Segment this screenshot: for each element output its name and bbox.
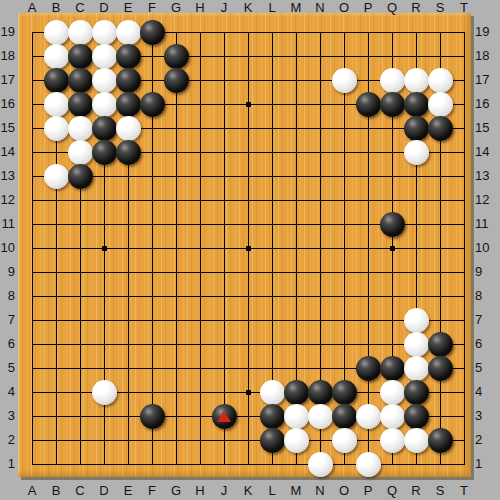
column-label-bottom-P: P <box>364 484 373 498</box>
column-label-bottom-C: C <box>75 484 84 498</box>
row-label-right-2: 2 <box>475 433 497 447</box>
column-label-bottom-N: N <box>315 484 324 498</box>
black-stone-S6[interactable] <box>428 332 453 357</box>
column-label-bottom-F: F <box>148 484 156 498</box>
column-label-bottom-K: K <box>244 484 253 498</box>
white-stone-S16[interactable] <box>428 92 453 117</box>
row-label-right-19: 19 <box>475 25 497 39</box>
white-stone-B15[interactable] <box>44 116 69 141</box>
black-stone-D15[interactable] <box>92 116 117 141</box>
white-stone-L4[interactable] <box>260 380 285 405</box>
row-label-right-12: 12 <box>475 193 497 207</box>
row-label-right-16: 16 <box>475 97 497 111</box>
black-stone-R16[interactable] <box>404 92 429 117</box>
black-stone-Q11[interactable] <box>380 212 405 237</box>
row-label-left-11: 11 <box>0 217 15 231</box>
black-stone-S2[interactable] <box>428 428 453 453</box>
black-stone-R4[interactable] <box>404 380 429 405</box>
black-stone-P16[interactable] <box>356 92 381 117</box>
white-stone-S17[interactable] <box>428 68 453 93</box>
white-stone-R5[interactable] <box>404 356 429 381</box>
black-stone-M4[interactable] <box>284 380 309 405</box>
row-label-left-9: 9 <box>0 265 15 279</box>
black-stone-R15[interactable] <box>404 116 429 141</box>
row-label-right-5: 5 <box>475 361 497 375</box>
white-stone-B16[interactable] <box>44 92 69 117</box>
row-label-right-17: 17 <box>475 73 497 87</box>
column-label-bottom-Q: Q <box>387 484 397 498</box>
black-stone-E16[interactable] <box>116 92 141 117</box>
row-label-right-15: 15 <box>475 121 497 135</box>
row-label-right-4: 4 <box>475 385 497 399</box>
row-label-left-4: 4 <box>0 385 15 399</box>
row-label-right-13: 13 <box>475 169 497 183</box>
white-stone-R2[interactable] <box>404 428 429 453</box>
black-stone-L2[interactable] <box>260 428 285 453</box>
row-label-left-16: 16 <box>0 97 15 111</box>
column-label-bottom-L: L <box>268 484 275 498</box>
row-label-right-14: 14 <box>475 145 497 159</box>
white-stone-Q3[interactable] <box>380 404 405 429</box>
column-label-bottom-T: T <box>460 484 468 498</box>
white-stone-N1[interactable] <box>308 452 333 477</box>
black-stone-N4[interactable] <box>308 380 333 405</box>
white-stone-Q4[interactable] <box>380 380 405 405</box>
black-stone-C13[interactable] <box>68 164 93 189</box>
black-stone-B17[interactable] <box>44 68 69 93</box>
black-stone-S15[interactable] <box>428 116 453 141</box>
row-label-right-9: 9 <box>475 265 497 279</box>
row-label-right-7: 7 <box>475 313 497 327</box>
black-stone-O3[interactable] <box>332 404 357 429</box>
black-stone-D14[interactable] <box>92 140 117 165</box>
white-stone-Q2[interactable] <box>380 428 405 453</box>
white-stone-D17[interactable] <box>92 68 117 93</box>
black-stone-R3[interactable] <box>404 404 429 429</box>
white-stone-O17[interactable] <box>332 68 357 93</box>
black-stone-G17[interactable] <box>164 68 189 93</box>
white-stone-E15[interactable] <box>116 116 141 141</box>
white-stone-B13[interactable] <box>44 164 69 189</box>
black-stone-O4[interactable] <box>332 380 357 405</box>
black-stone-C16[interactable] <box>68 92 93 117</box>
white-stone-R7[interactable] <box>404 308 429 333</box>
row-label-right-18: 18 <box>475 49 497 63</box>
column-label-bottom-A: A <box>28 484 37 498</box>
black-stone-E17[interactable] <box>116 68 141 93</box>
row-label-right-10: 10 <box>475 241 497 255</box>
column-label-bottom-B: B <box>52 484 61 498</box>
row-label-left-7: 7 <box>0 313 15 327</box>
white-stone-O2[interactable] <box>332 428 357 453</box>
black-stone-E18[interactable] <box>116 44 141 69</box>
white-stone-R17[interactable] <box>404 68 429 93</box>
go-board-screen: AABBCCDDEEFFGGHHJJKKLLMMNNOOPPQQRRSSTT19… <box>0 0 500 500</box>
black-stone-F19[interactable] <box>140 20 165 45</box>
column-label-bottom-O: O <box>339 484 349 498</box>
row-label-right-3: 3 <box>475 409 497 423</box>
black-stone-Q5[interactable] <box>380 356 405 381</box>
black-stone-E14[interactable] <box>116 140 141 165</box>
white-stone-P3[interactable] <box>356 404 381 429</box>
white-stone-D19[interactable] <box>92 20 117 45</box>
white-stone-M3[interactable] <box>284 404 309 429</box>
white-stone-D18[interactable] <box>92 44 117 69</box>
row-label-left-8: 8 <box>0 289 15 303</box>
white-stone-P1[interactable] <box>356 452 381 477</box>
white-stone-C19[interactable] <box>68 20 93 45</box>
white-stone-B18[interactable] <box>44 44 69 69</box>
column-label-bottom-G: G <box>171 484 181 498</box>
white-stone-M2[interactable] <box>284 428 309 453</box>
black-stone-F3[interactable] <box>140 404 165 429</box>
black-stone-P5[interactable] <box>356 356 381 381</box>
row-label-right-1: 1 <box>475 457 497 471</box>
row-label-left-10: 10 <box>0 241 15 255</box>
black-stone-S5[interactable] <box>428 356 453 381</box>
black-stone-F16[interactable] <box>140 92 165 117</box>
column-label-bottom-E: E <box>124 484 133 498</box>
white-stone-N3[interactable] <box>308 404 333 429</box>
white-stone-R6[interactable] <box>404 332 429 357</box>
row-label-left-12: 12 <box>0 193 15 207</box>
black-stone-C17[interactable] <box>68 68 93 93</box>
column-label-bottom-J: J <box>221 484 228 498</box>
black-stone-L3[interactable] <box>260 404 285 429</box>
column-label-bottom-R: R <box>411 484 420 498</box>
row-label-left-6: 6 <box>0 337 15 351</box>
white-stone-D4[interactable] <box>92 380 117 405</box>
black-stone-Q16[interactable] <box>380 92 405 117</box>
column-label-bottom-S: S <box>436 484 445 498</box>
row-label-left-1: 1 <box>0 457 15 471</box>
row-label-left-5: 5 <box>0 361 15 375</box>
row-label-left-2: 2 <box>0 433 15 447</box>
row-label-right-8: 8 <box>475 289 497 303</box>
black-stone-C18[interactable] <box>68 44 93 69</box>
column-label-bottom-D: D <box>99 484 108 498</box>
black-stone-J3[interactable] <box>212 404 237 429</box>
column-label-bottom-H: H <box>195 484 204 498</box>
row-label-left-18: 18 <box>0 49 15 63</box>
white-stone-C14[interactable] <box>68 140 93 165</box>
white-stone-Q17[interactable] <box>380 68 405 93</box>
row-label-left-15: 15 <box>0 121 15 135</box>
row-label-right-11: 11 <box>475 217 497 231</box>
white-stone-E19[interactable] <box>116 20 141 45</box>
column-label-bottom-M: M <box>291 484 302 498</box>
row-label-left-17: 17 <box>0 73 15 87</box>
row-label-left-3: 3 <box>0 409 15 423</box>
white-stone-B19[interactable] <box>44 20 69 45</box>
row-label-right-6: 6 <box>475 337 497 351</box>
white-stone-C15[interactable] <box>68 116 93 141</box>
row-label-left-14: 14 <box>0 145 15 159</box>
white-stone-D16[interactable] <box>92 92 117 117</box>
black-stone-G18[interactable] <box>164 44 189 69</box>
white-stone-R14[interactable] <box>404 140 429 165</box>
row-label-left-19: 19 <box>0 25 15 39</box>
row-label-left-13: 13 <box>0 169 15 183</box>
